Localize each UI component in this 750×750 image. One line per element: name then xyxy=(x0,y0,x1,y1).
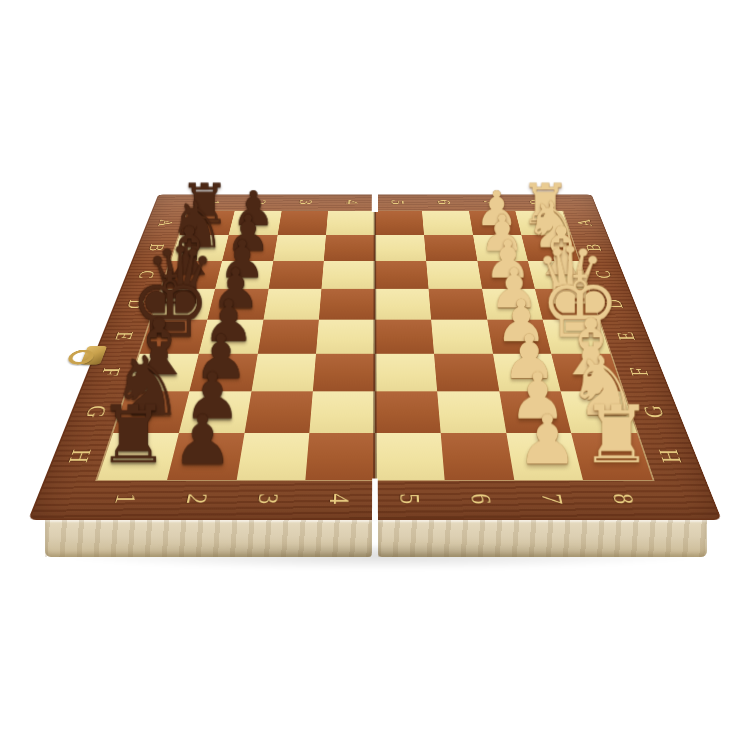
rank-label-top-3: 3 xyxy=(296,197,316,208)
rank-label-bottom-2: 2 xyxy=(180,486,215,512)
file-label-right-a: A xyxy=(572,217,596,229)
file-label-right-d: D xyxy=(600,296,628,311)
board-shadow xyxy=(55,546,705,570)
file-label-left-a: A xyxy=(154,217,178,229)
rank-label-top-1: 1 xyxy=(202,197,224,208)
rank-label-top-4: 4 xyxy=(342,197,361,208)
file-label-right-b: B xyxy=(581,241,606,254)
file-label-left-b: B xyxy=(144,241,169,254)
rank-label-top-5: 5 xyxy=(388,197,407,208)
chess-board: AA11BB22CC33DD44EE55FF66GG77HH88 ♜♟♟♜♞♟♟… xyxy=(28,194,722,520)
dark-pawn-glyph: ♟ xyxy=(136,406,269,474)
product-photo-scene: AA11BB22CC33DD44EE55FF66GG77HH88 ♜♟♟♜♞♟♟… xyxy=(0,0,750,750)
rank-label-bottom-6: 6 xyxy=(465,486,498,512)
rank-label-bottom-7: 7 xyxy=(535,486,570,512)
pieces-layer: ♜♟♟♜♞♟♟♞♝♟♟♝♛♟♟♛♚♟♟♚♝♟♟♝♞♟♟♞♜♟♟♜ xyxy=(28,194,722,520)
rank-label-top-6: 6 xyxy=(434,197,454,208)
rank-label-bottom-3: 3 xyxy=(252,486,285,512)
rank-label-top-7: 7 xyxy=(480,197,501,208)
perspective-stage: AA11BB22CC33DD44EE55FF66GG77HH88 ♜♟♟♜♞♟♟… xyxy=(0,0,750,750)
rank-label-bottom-5: 5 xyxy=(396,486,426,512)
rank-label-top-8: 8 xyxy=(525,197,547,208)
rank-label-bottom-4: 4 xyxy=(324,486,354,512)
rank-label-top-2: 2 xyxy=(249,197,270,208)
